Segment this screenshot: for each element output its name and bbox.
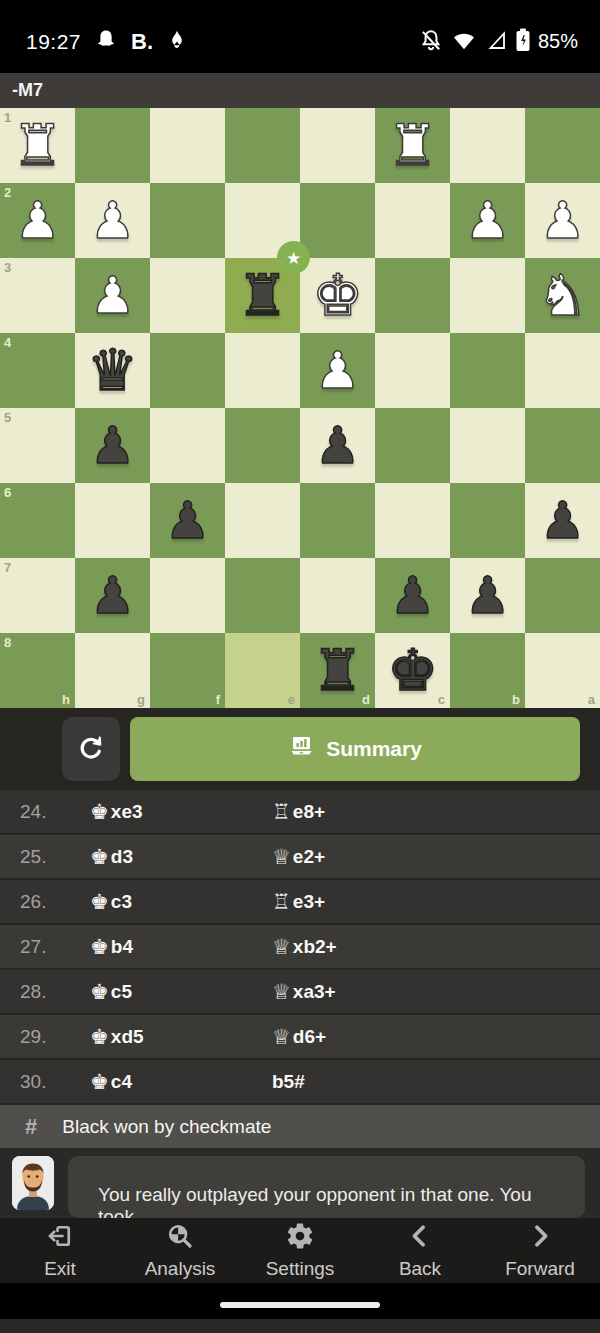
move-row-25: 25.♚d3♕e2+: [0, 835, 600, 880]
move-number: 27.: [20, 936, 46, 958]
piece-white-pawn-g2[interactable]: ♟: [75, 183, 150, 258]
piece-white-pawn-b2[interactable]: ♟: [450, 183, 525, 258]
square-b4[interactable]: [450, 333, 525, 408]
nav-label: Settings: [266, 1258, 335, 1280]
white-move-figurine-icon: ♚: [90, 800, 109, 824]
file-label-b: b: [512, 692, 520, 707]
square-g7[interactable]: ♟: [75, 558, 150, 633]
black-move[interactable]: b5#: [272, 1071, 305, 1093]
square-d6[interactable]: [300, 483, 375, 558]
square-c6[interactable]: [375, 483, 450, 558]
move-number: 28.: [20, 981, 46, 1003]
white-move-figurine-icon: ♚: [90, 845, 109, 869]
move-row-24: 24.♚xe3♖e8+: [0, 790, 600, 835]
square-f6[interactable]: ♟: [150, 483, 225, 558]
white-move-text: c5: [111, 981, 132, 1003]
checkmate-hash-icon: #: [25, 1114, 37, 1140]
battery-percentage: 85%: [538, 30, 578, 53]
piece-white-pawn-d4[interactable]: ♟: [300, 333, 375, 408]
nav-item-back[interactable]: Back: [360, 1218, 480, 1283]
black-move[interactable]: ♕e2+: [272, 845, 325, 869]
black-move[interactable]: ♕xa3+: [272, 980, 336, 1004]
white-move[interactable]: ♚xe3: [90, 800, 143, 824]
white-move[interactable]: ♚b4: [90, 935, 133, 959]
clock: 19:27: [26, 30, 81, 54]
piece-white-king-d3[interactable]: ♚: [300, 258, 375, 333]
square-b8[interactable]: b: [450, 633, 525, 708]
square-c7[interactable]: ♟: [375, 558, 450, 633]
square-c1[interactable]: ♜: [375, 108, 450, 183]
replay-button[interactable]: [62, 717, 120, 781]
piece-black-pawn-b7[interactable]: ♟: [450, 558, 525, 633]
piece-black-pawn-g7[interactable]: ♟: [75, 558, 150, 633]
move-row-26: 26.♚c3♖e3+: [0, 880, 600, 925]
square-c4[interactable]: [375, 333, 450, 408]
square-c8[interactable]: c♚: [375, 633, 450, 708]
white-move-text: xe3: [111, 801, 143, 823]
square-f3[interactable]: [150, 258, 225, 333]
piece-black-queen-g4[interactable]: ♛: [75, 333, 150, 408]
black-move-figurine-icon: ♕: [272, 845, 291, 869]
square-h1[interactable]: 1♜: [0, 108, 75, 183]
nav-label: Back: [399, 1258, 441, 1280]
status-bar: 19:27 B. 85%: [0, 0, 600, 73]
black-move[interactable]: ♖e8+: [272, 800, 325, 824]
move-number: 26.: [20, 891, 46, 913]
square-b2[interactable]: ♟: [450, 183, 525, 258]
black-move-text: e3+: [293, 891, 325, 913]
square-a1[interactable]: [525, 108, 600, 183]
square-f7[interactable]: [150, 558, 225, 633]
file-label-g: g: [137, 692, 145, 707]
black-move-text: xb2+: [293, 936, 337, 958]
piece-white-pawn-a2[interactable]: ♟: [525, 183, 600, 258]
square-b3[interactable]: [450, 258, 525, 333]
square-f2[interactable]: [150, 183, 225, 258]
square-g3[interactable]: ♟: [75, 258, 150, 333]
square-h8[interactable]: 8h: [0, 633, 75, 708]
square-g1[interactable]: [75, 108, 150, 183]
evaluation-score: -M7: [12, 80, 43, 100]
snapchat-ghost-icon: [94, 28, 118, 56]
square-h4[interactable]: 4: [0, 333, 75, 408]
white-move[interactable]: ♚xd5: [90, 1025, 144, 1049]
status-left: 19:27 B.: [26, 28, 188, 56]
move-row-28: 28.♚c5♕xa3+: [0, 970, 600, 1015]
system-gesture-area: [0, 1283, 600, 1319]
file-label-h: h: [62, 692, 70, 707]
square-a5[interactable]: [525, 408, 600, 483]
app-screen: 19:27 B. 85% -M7: [0, 0, 600, 1333]
black-move-figurine-icon: ♕: [272, 1025, 291, 1049]
board-toolbar: Summary: [0, 708, 600, 790]
black-move-figurine-icon: ♕: [272, 980, 291, 1004]
square-g6[interactable]: [75, 483, 150, 558]
best-move-star-badge: ★: [277, 241, 310, 274]
home-indicator[interactable]: [220, 1302, 380, 1308]
rank-label-7: 7: [4, 560, 11, 575]
rank-label-5: 5: [4, 410, 11, 425]
file-label-f: f: [216, 692, 220, 707]
square-f8[interactable]: f: [150, 633, 225, 708]
piece-black-king-c8[interactable]: ♚: [375, 633, 450, 708]
square-f4[interactable]: [150, 333, 225, 408]
piece-black-pawn-d5[interactable]: ♟: [300, 408, 375, 483]
summary-button[interactable]: Summary: [130, 717, 580, 781]
notification-letter-badge: B.: [131, 29, 153, 55]
white-move-text: d3: [111, 846, 133, 868]
move-number: 30.: [20, 1071, 46, 1093]
square-a2[interactable]: ♟: [525, 183, 600, 258]
white-move-text: b4: [111, 936, 133, 958]
white-move-text: c3: [111, 891, 132, 913]
square-a3[interactable]: ♞: [525, 258, 600, 333]
white-move[interactable]: ♚d3: [90, 845, 133, 869]
square-g5[interactable]: ♟: [75, 408, 150, 483]
nav-item-settings[interactable]: Settings: [240, 1218, 360, 1283]
square-h6[interactable]: 6: [0, 483, 75, 558]
piece-white-pawn-h2[interactable]: ♟: [0, 183, 75, 258]
white-move[interactable]: ♚c4: [90, 1070, 132, 1094]
white-move[interactable]: ♚c5: [90, 980, 132, 1004]
square-e6[interactable]: [225, 483, 300, 558]
square-d2[interactable]: [300, 183, 375, 258]
square-c2[interactable]: [375, 183, 450, 258]
nav-item-forward[interactable]: Forward: [480, 1218, 600, 1283]
square-c5[interactable]: [375, 408, 450, 483]
notifications-off-icon: [418, 27, 444, 57]
square-h3[interactable]: 3: [0, 258, 75, 333]
game-report-icon: [288, 733, 315, 765]
coach-message-bubble: You really outplayed your opponent in th…: [68, 1156, 585, 1218]
piece-white-rook-c1[interactable]: ♜: [375, 108, 450, 183]
black-move[interactable]: ♕d6+: [272, 1025, 326, 1049]
square-d3[interactable]: ♚: [300, 258, 375, 333]
nav-item-exit[interactable]: Exit: [0, 1218, 120, 1283]
square-a8[interactable]: a: [525, 633, 600, 708]
rank-label-6: 6: [4, 485, 11, 500]
replay-icon: [75, 732, 107, 767]
analysis-icon: [165, 1221, 195, 1255]
piece-black-pawn-c7[interactable]: ♟: [375, 558, 450, 633]
square-d5[interactable]: ♟: [300, 408, 375, 483]
square-g4[interactable]: ♛: [75, 333, 150, 408]
move-row-27: 27.♚b4♕xb2+: [0, 925, 600, 970]
black-move[interactable]: ♖e3+: [272, 890, 325, 914]
move-row-30: 30.♚c4b5#: [0, 1060, 600, 1105]
square-e7[interactable]: [225, 558, 300, 633]
white-move-figurine-icon: ♚: [90, 935, 109, 959]
evaluation-bar: -M7: [0, 73, 600, 108]
square-f1[interactable]: [150, 108, 225, 183]
coach-avatar: [12, 1156, 54, 1210]
square-a4[interactable]: [525, 333, 600, 408]
black-move-text: b5#: [272, 1071, 305, 1093]
square-h2[interactable]: 2♟: [0, 183, 75, 258]
black-move[interactable]: ♕xb2+: [272, 935, 337, 959]
square-e5[interactable]: [225, 408, 300, 483]
white-move-text: c4: [111, 1071, 132, 1093]
nav-item-analysis[interactable]: Analysis: [120, 1218, 240, 1283]
piece-white-rook-h1[interactable]: ♜: [0, 108, 75, 183]
black-move-text: d6+: [293, 1026, 326, 1048]
chess-board[interactable]: 1♜♜2♟♟♟♟3♟♜★♚♞4♛♟5♟♟6♟♟7♟♟♟8hgfed♜c♚ba: [0, 108, 600, 708]
piece-white-pawn-g3[interactable]: ♟: [75, 258, 150, 333]
square-a7[interactable]: [525, 558, 600, 633]
square-f5[interactable]: [150, 408, 225, 483]
piece-white-knight-a3[interactable]: ♞: [525, 258, 600, 333]
square-g8[interactable]: g: [75, 633, 150, 708]
square-g2[interactable]: ♟: [75, 183, 150, 258]
square-d1[interactable]: [300, 108, 375, 183]
forward-icon: [525, 1221, 555, 1255]
black-move-text: xa3+: [293, 981, 336, 1003]
square-b7[interactable]: ♟: [450, 558, 525, 633]
file-label-e: e: [288, 692, 295, 707]
coach-message-text: You really outplayed your opponent in th…: [98, 1184, 531, 1218]
square-e1[interactable]: [225, 108, 300, 183]
exit-icon: [45, 1221, 75, 1255]
black-move-figurine-icon: ♖: [272, 800, 291, 824]
piece-black-pawn-g5[interactable]: ♟: [75, 408, 150, 483]
square-e4[interactable]: [225, 333, 300, 408]
rank-label-3: 3: [4, 260, 11, 275]
game-result-row: # Black won by checkmate: [0, 1105, 600, 1148]
square-b5[interactable]: [450, 408, 525, 483]
piece-black-pawn-a6[interactable]: ♟: [525, 483, 600, 558]
black-move-text: e8+: [293, 801, 325, 823]
square-a6[interactable]: ♟: [525, 483, 600, 558]
file-label-a: a: [588, 692, 595, 707]
square-h5[interactable]: 5: [0, 408, 75, 483]
white-move-figurine-icon: ♚: [90, 980, 109, 1004]
white-move-text: xd5: [111, 1026, 144, 1048]
flame-icon: [166, 28, 188, 56]
nav-label: Analysis: [145, 1258, 216, 1280]
square-d4[interactable]: ♟: [300, 333, 375, 408]
white-move-figurine-icon: ♚: [90, 1070, 109, 1094]
piece-black-rook-d8[interactable]: ♜: [300, 633, 375, 708]
square-e8[interactable]: e: [225, 633, 300, 708]
battery-icon: [515, 27, 531, 57]
piece-black-pawn-f6[interactable]: ♟: [150, 483, 225, 558]
summary-label: Summary: [326, 737, 422, 761]
rank-label-8: 8: [4, 635, 11, 650]
cellular-signal-icon: [484, 28, 508, 56]
rank-label-4: 4: [4, 335, 11, 350]
wifi-icon: [451, 27, 477, 57]
square-h7[interactable]: 7: [0, 558, 75, 633]
bottom-nav: ExitAnalysisSettingsBackForward: [0, 1218, 600, 1283]
white-move-figurine-icon: ♚: [90, 1025, 109, 1049]
nav-label: Exit: [44, 1258, 76, 1280]
square-d8[interactable]: d♜: [300, 633, 375, 708]
white-move-figurine-icon: ♚: [90, 890, 109, 914]
black-move-figurine-icon: ♕: [272, 935, 291, 959]
settings-icon: [285, 1221, 315, 1255]
square-c3[interactable]: [375, 258, 450, 333]
square-e3[interactable]: ♜★: [225, 258, 300, 333]
move-number: 29.: [20, 1026, 46, 1048]
black-move-figurine-icon: ♖: [272, 890, 291, 914]
square-b1[interactable]: [450, 108, 525, 183]
back-icon: [405, 1221, 435, 1255]
nav-label: Forward: [505, 1258, 575, 1280]
move-number: 25.: [20, 846, 46, 868]
black-move-text: e2+: [293, 846, 325, 868]
status-right: 85%: [418, 27, 578, 57]
move-row-29: 29.♚xd5♕d6+: [0, 1015, 600, 1060]
square-d7[interactable]: [300, 558, 375, 633]
move-number: 24.: [20, 801, 46, 823]
coach-chat: You really outplayed your opponent in th…: [0, 1148, 600, 1218]
move-list: 24.♚xe3♖e8+25.♚d3♕e2+26.♚c3♖e3+27.♚b4♕xb…: [0, 790, 600, 1105]
square-b6[interactable]: [450, 483, 525, 558]
white-move[interactable]: ♚c3: [90, 890, 132, 914]
game-result-text: Black won by checkmate: [62, 1116, 271, 1138]
